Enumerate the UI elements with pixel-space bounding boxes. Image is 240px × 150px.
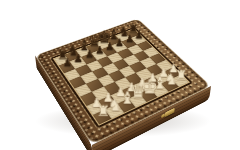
brass-latch [165, 107, 175, 117]
chess-case: ♜♞♝♛♚♝♞♜♟♟♟♟♟♟♟♟♟♟♟♟♟♟♟♟♜♞♝♛♚♝♞♜ [35, 18, 211, 144]
white-rook-glyph: ♜ [88, 103, 118, 118]
scene-3d: ♜♞♝♛♚♝♞♜♟♟♟♟♟♟♟♟♟♟♟♟♟♟♟♟♜♞♝♛♚♝♞♜ [0, 0, 240, 150]
product-photo: ♜♞♝♛♚♝♞♜♟♟♟♟♟♟♟♟♟♟♟♟♟♟♟♟♜♞♝♛♚♝♞♜ [0, 0, 240, 150]
